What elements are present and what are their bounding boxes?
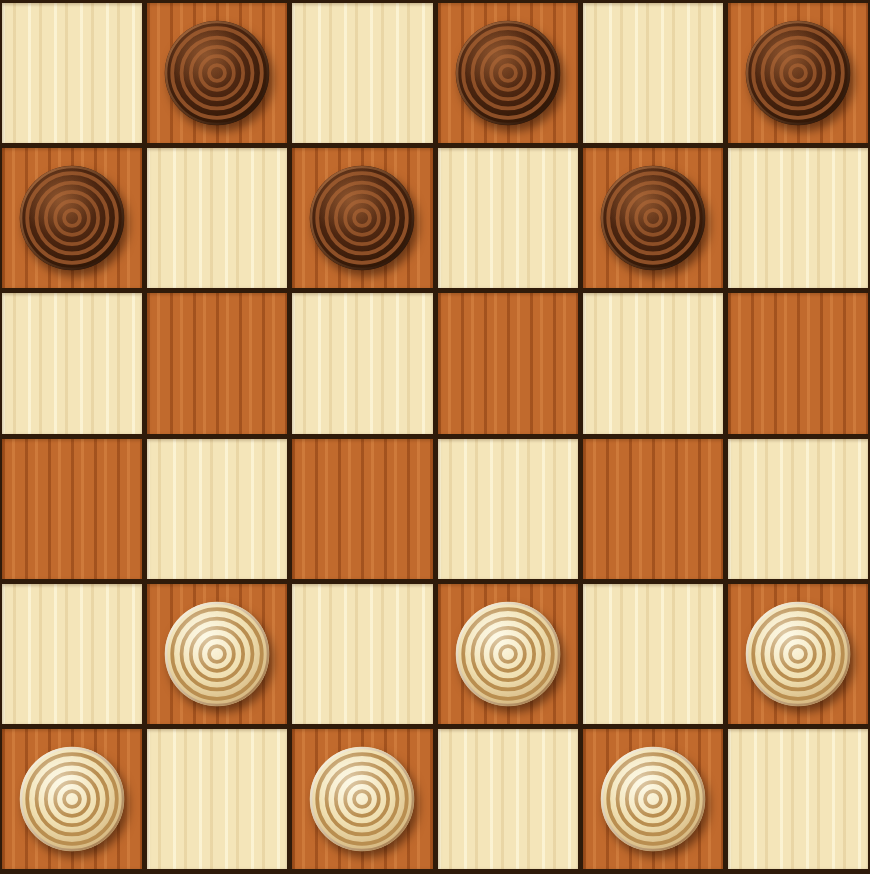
square-r3c1 xyxy=(2,293,142,433)
square-r1c4[interactable] xyxy=(438,3,578,143)
square-r4c6 xyxy=(728,439,868,579)
dark-piece[interactable] xyxy=(161,17,273,129)
dark-piece[interactable] xyxy=(597,162,709,274)
checkers-board xyxy=(0,0,870,874)
square-r3c3 xyxy=(292,293,432,433)
dark-piece[interactable] xyxy=(742,17,854,129)
square-r3c5 xyxy=(583,293,723,433)
light-piece[interactable] xyxy=(161,598,273,710)
square-r3c6[interactable] xyxy=(728,293,868,433)
square-r5c6[interactable] xyxy=(728,584,868,724)
dark-piece[interactable] xyxy=(16,162,128,274)
square-r5c4[interactable] xyxy=(438,584,578,724)
square-r5c2[interactable] xyxy=(147,584,287,724)
square-r1c6[interactable] xyxy=(728,3,868,143)
square-r6c1[interactable] xyxy=(2,729,142,869)
light-piece[interactable] xyxy=(306,743,418,855)
square-r2c6 xyxy=(728,148,868,288)
square-r6c3[interactable] xyxy=(292,729,432,869)
light-piece[interactable] xyxy=(742,598,854,710)
square-r5c1 xyxy=(2,584,142,724)
square-r3c4[interactable] xyxy=(438,293,578,433)
light-piece[interactable] xyxy=(597,743,709,855)
square-r6c4 xyxy=(438,729,578,869)
square-r3c2[interactable] xyxy=(147,293,287,433)
square-r2c3[interactable] xyxy=(292,148,432,288)
square-r4c5[interactable] xyxy=(583,439,723,579)
square-r1c2[interactable] xyxy=(147,3,287,143)
square-r2c2 xyxy=(147,148,287,288)
square-r5c5 xyxy=(583,584,723,724)
dark-piece[interactable] xyxy=(306,162,418,274)
square-r5c3 xyxy=(292,584,432,724)
square-r2c5[interactable] xyxy=(583,148,723,288)
square-r4c4 xyxy=(438,439,578,579)
square-r6c6 xyxy=(728,729,868,869)
light-piece[interactable] xyxy=(16,743,128,855)
square-r1c5 xyxy=(583,3,723,143)
square-r2c1[interactable] xyxy=(2,148,142,288)
dark-piece[interactable] xyxy=(452,17,564,129)
light-piece[interactable] xyxy=(452,598,564,710)
square-r4c2 xyxy=(147,439,287,579)
square-r4c3[interactable] xyxy=(292,439,432,579)
square-r6c2 xyxy=(147,729,287,869)
square-r6c5[interactable] xyxy=(583,729,723,869)
square-r2c4 xyxy=(438,148,578,288)
square-r1c1 xyxy=(2,3,142,143)
square-r4c1[interactable] xyxy=(2,439,142,579)
square-r1c3 xyxy=(292,3,432,143)
